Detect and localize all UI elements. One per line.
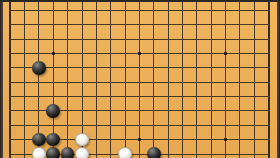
go-board[interactable]: [0, 0, 280, 158]
black-stone: [147, 147, 161, 158]
black-stone: [46, 104, 60, 118]
black-stone: [61, 147, 75, 158]
black-stone: [32, 133, 46, 147]
white-stone: [32, 147, 46, 158]
white-stone: [75, 133, 89, 147]
board-frame-left: [0, 0, 3, 158]
white-stone: [118, 147, 132, 158]
stones-layer: [3, 3, 276, 158]
black-stone: [46, 147, 60, 158]
white-stone: [75, 147, 89, 158]
black-stone: [32, 61, 46, 75]
board-frame-right: [277, 0, 280, 158]
board-frame-top: [0, 0, 280, 2]
black-stone: [46, 133, 60, 147]
